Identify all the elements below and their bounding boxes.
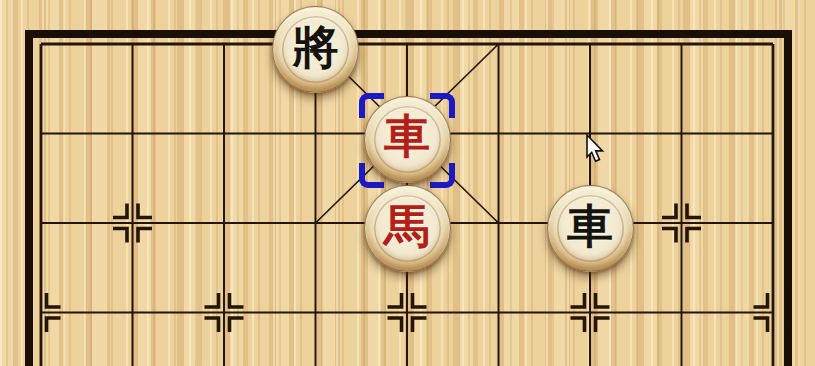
- board-cell[interactable]: [590, 44, 682, 134]
- board-cell[interactable]: [682, 313, 774, 366]
- piece-glyph: 馬: [384, 203, 430, 249]
- board-cell[interactable]: [41, 313, 133, 366]
- board-cell[interactable]: [499, 313, 591, 366]
- board-cell[interactable]: [682, 134, 774, 224]
- piece-glyph: 車: [384, 113, 430, 159]
- board-cell[interactable]: [41, 44, 133, 134]
- piece-glyph: 將: [293, 24, 339, 70]
- board-cell[interactable]: [133, 44, 225, 134]
- black-general-piece[interactable]: 將: [272, 6, 359, 93]
- board-cell[interactable]: [41, 223, 133, 313]
- board-cell[interactable]: [407, 313, 499, 366]
- board-cell[interactable]: [499, 44, 591, 134]
- board-cell[interactable]: [41, 134, 133, 224]
- board-cell[interactable]: [224, 134, 316, 224]
- black-chariot-piece[interactable]: 車: [547, 185, 634, 272]
- board-cell[interactable]: [590, 313, 682, 366]
- piece-glyph: 車: [567, 203, 613, 249]
- board-cell[interactable]: [224, 313, 316, 366]
- board-cell[interactable]: [224, 223, 316, 313]
- board-cell[interactable]: [133, 134, 225, 224]
- board-cell[interactable]: [133, 223, 225, 313]
- board-cell[interactable]: [316, 313, 408, 366]
- board-cell[interactable]: [682, 223, 774, 313]
- board-cell[interactable]: [682, 44, 774, 134]
- red-horse-piece[interactable]: 馬: [364, 185, 451, 272]
- red-chariot-piece[interactable]: 車: [364, 96, 451, 183]
- board-cell[interactable]: [133, 313, 225, 366]
